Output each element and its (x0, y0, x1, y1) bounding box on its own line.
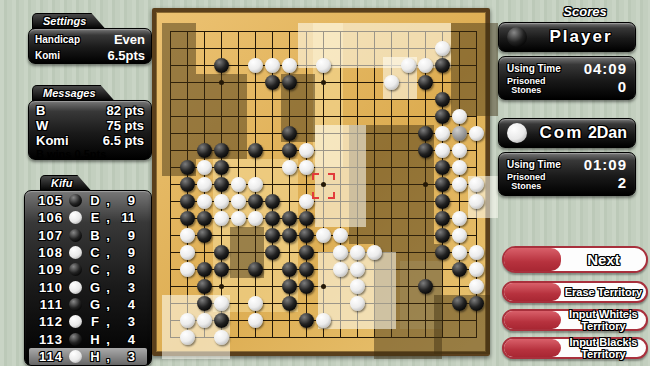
white-stone (350, 262, 365, 277)
black-stone (197, 262, 212, 277)
white-stone-icon (69, 315, 82, 328)
white-stone-icon (69, 211, 82, 224)
cursor-corner (312, 173, 319, 180)
white-stone (282, 160, 297, 175)
komi-label: Komi (35, 50, 60, 61)
white-stone (452, 109, 467, 124)
prisoned-stones-label: PrisonedStones (507, 77, 546, 95)
black-stone-icon (507, 27, 527, 47)
black-stone (299, 279, 314, 294)
kifu-move-row[interactable]: 111 G , 4 (29, 296, 147, 313)
message-label: B (36, 103, 45, 118)
white-stone (452, 177, 467, 192)
white-stone (452, 160, 467, 175)
black-stone (282, 143, 297, 158)
result-text: B wins 0.5pts (36, 148, 144, 161)
input-black-territory-button[interactable]: Input Black's Territory (502, 337, 648, 359)
move-col-letter: G (87, 297, 103, 312)
black-stone (282, 228, 297, 243)
black-stone (299, 313, 314, 328)
message-label: W (36, 118, 48, 133)
black-stone (214, 143, 229, 158)
move-number: 108 (29, 245, 63, 260)
kifu-move-row[interactable]: 107 B , 9 (29, 227, 147, 244)
white-stone (316, 228, 331, 243)
black-stone (282, 75, 297, 90)
black-stone (435, 245, 450, 260)
player-info-black: Using Time 04:09 PrisonedStones 0 (498, 56, 636, 100)
message-row: W 75 pts (36, 118, 144, 133)
black-stone (469, 296, 484, 311)
white-stone (418, 58, 433, 73)
star-point (219, 80, 224, 85)
move-comma: , (103, 332, 113, 347)
white-stone (333, 228, 348, 243)
black-stone (435, 109, 450, 124)
black-stone (435, 160, 450, 175)
move-number: 110 (29, 280, 63, 295)
black-stone (197, 228, 212, 243)
black-territory-mark (162, 23, 196, 176)
black-stone (265, 211, 280, 226)
move-col-letter: C (87, 262, 103, 277)
move-row-number: 3 (113, 349, 135, 364)
white-stone (231, 177, 246, 192)
white-stone (197, 194, 212, 209)
message-row: B 82 pts (36, 103, 144, 118)
player-bar-black: Player (498, 22, 636, 52)
button-red-cap (504, 311, 561, 329)
message-row: Komi 6.5 pts (36, 133, 144, 148)
move-row-number: 11 (113, 210, 135, 225)
black-stone-icon (69, 333, 82, 346)
black-stone (418, 126, 433, 141)
white-stone (435, 41, 450, 56)
white-stone (469, 279, 484, 294)
black-stone (197, 211, 212, 226)
black-stone (435, 58, 450, 73)
white-stone (180, 313, 195, 328)
board-cursor (312, 173, 335, 199)
white-stone (435, 143, 450, 158)
using-time-label: Using Time (507, 63, 561, 74)
go-board[interactable] (152, 8, 490, 356)
kifu-tab: Kifu (40, 175, 91, 191)
white-stone (248, 296, 263, 311)
move-number: 113 (29, 332, 63, 347)
black-stone (248, 143, 263, 158)
move-number: 109 (29, 262, 63, 277)
white-stone (469, 262, 484, 277)
handicap-label: Handicap (35, 34, 80, 45)
star-point (321, 80, 326, 85)
black-stone (197, 296, 212, 311)
kifu-move-row[interactable]: 112 F , 3 (29, 313, 147, 330)
white-stone (282, 58, 297, 73)
white-stone (248, 313, 263, 328)
white-stone (452, 245, 467, 260)
white-stone (214, 194, 229, 209)
messages-tab: Messages (32, 85, 115, 101)
message-label: Komi (36, 133, 69, 148)
black-stone (248, 194, 263, 209)
player-name: Player (535, 27, 627, 47)
kifu-move-row[interactable]: 105 D , 9 (29, 192, 147, 209)
black-stone (299, 245, 314, 260)
white-stone (350, 296, 365, 311)
player-name: Com (535, 123, 588, 143)
move-row-number: 4 (113, 332, 135, 347)
move-number: 106 (29, 210, 63, 225)
black-stone (248, 262, 263, 277)
next-button[interactable]: Next (502, 246, 648, 273)
black-territory-mark (451, 23, 499, 117)
black-stone (197, 279, 212, 294)
white-stone (180, 245, 195, 260)
move-row-number: 9 (113, 193, 135, 208)
black-stone (282, 279, 297, 294)
move-col-letter: F (87, 314, 103, 329)
black-stone (435, 92, 450, 107)
move-comma: , (103, 280, 113, 295)
message-value: 6.5 pts (103, 133, 144, 148)
move-comma: , (103, 314, 113, 329)
move-comma: , (103, 245, 113, 260)
white-stone (248, 177, 263, 192)
white-stone (435, 126, 450, 141)
settings-tab: Settings (32, 13, 105, 29)
move-row-number: 3 (113, 314, 135, 329)
cursor-corner (328, 192, 335, 199)
kifu-move-row[interactable]: 114 H , 3 (29, 348, 147, 365)
move-col-letter: H (87, 332, 103, 347)
black-stone (214, 177, 229, 192)
black-stone (435, 228, 450, 243)
white-stone-icon (69, 246, 82, 259)
move-comma: , (103, 297, 113, 312)
black-stone (265, 228, 280, 243)
message-value: 75 pts (106, 118, 144, 133)
scores-title: Scores (530, 4, 640, 19)
kifu-move-row[interactable]: 109 C , 8 (29, 261, 147, 278)
kifu-move-row[interactable]: 108 C , 9 (29, 244, 147, 261)
white-stone (333, 245, 348, 260)
white-stone (316, 58, 331, 73)
black-stone (214, 313, 229, 328)
player-info-white: Using Time 01:09 PrisonedStones 2 (498, 152, 636, 196)
player-rank: 2Dan (588, 124, 627, 142)
move-col-letter: G (87, 280, 103, 295)
move-number: 105 (29, 193, 63, 208)
black-stone (452, 262, 467, 277)
white-stone (180, 330, 195, 345)
gray-stone (452, 126, 467, 141)
handicap-value: Even (114, 32, 145, 47)
black-stone-icon (69, 263, 82, 276)
move-col-letter: E (87, 210, 103, 225)
black-stone (180, 177, 195, 192)
using-time-value: 04:09 (584, 60, 627, 77)
black-stone (435, 211, 450, 226)
using-time-value: 01:09 (584, 156, 627, 173)
white-stone (316, 313, 331, 328)
white-stone (469, 194, 484, 209)
black-stone (435, 194, 450, 209)
white-stone (299, 143, 314, 158)
white-stone (265, 58, 280, 73)
black-stone-icon (69, 298, 82, 311)
input-white-territory-button[interactable]: Input White's Territory (502, 309, 648, 331)
white-stone (333, 262, 348, 277)
black-stone (214, 58, 229, 73)
white-stone (180, 228, 195, 243)
black-stone (214, 160, 229, 175)
move-col-letter: D (87, 193, 103, 208)
cursor-corner (312, 192, 319, 199)
white-stone (248, 211, 263, 226)
move-comma: , (103, 210, 113, 225)
move-comma: , (103, 349, 113, 364)
black-stone (418, 279, 433, 294)
kifu-panel: 105 D , 9106 E , 11107 B , 9108 C , 9109… (24, 190, 152, 366)
black-stone (452, 296, 467, 311)
using-time-label: Using Time (507, 159, 561, 170)
white-stone (469, 245, 484, 260)
black-stone (282, 296, 297, 311)
prisoned-stones-label: PrisonedStones (507, 173, 546, 191)
white-stone (367, 245, 382, 260)
move-col-letter: B (87, 228, 103, 243)
black-stone (418, 143, 433, 158)
player-bar-white: Com 2Dan (498, 118, 636, 148)
black-stone (180, 160, 195, 175)
white-stone (197, 160, 212, 175)
erase-territory-label: Erase Territory (561, 286, 646, 298)
prisoned-stones-value: 2 (618, 174, 627, 191)
black-stone (180, 194, 195, 209)
black-stone (282, 211, 297, 226)
black-stone (214, 245, 229, 260)
black-stone (197, 143, 212, 158)
move-comma: , (103, 228, 113, 243)
white-stone (350, 245, 365, 260)
button-red-cap (504, 283, 561, 301)
black-stone (299, 262, 314, 277)
star-point (321, 284, 326, 289)
input-black-territory-label: Input Black's Territory (561, 336, 646, 360)
white-stone (248, 58, 263, 73)
white-stone (469, 177, 484, 192)
move-row-number: 9 (113, 245, 135, 260)
erase-territory-button[interactable]: Erase Territory (502, 281, 648, 303)
white-stone (231, 211, 246, 226)
black-stone (282, 126, 297, 141)
white-stone (452, 228, 467, 243)
white-stone (452, 143, 467, 158)
white-stone (180, 262, 195, 277)
next-button-label: Next (561, 251, 646, 268)
messages-panel: B 82 ptsW 75 ptsKomi 6.5 pts B wins 0.5p… (28, 100, 152, 160)
button-red-cap (504, 339, 561, 357)
white-stone-icon (69, 350, 82, 363)
white-stone (452, 211, 467, 226)
move-col-letter: C (87, 245, 103, 260)
white-stone (214, 211, 229, 226)
white-stone (401, 58, 416, 73)
move-row-number: 3 (113, 280, 135, 295)
black-stone (180, 211, 195, 226)
kifu-move-row[interactable]: 106 E , 11 (29, 209, 147, 226)
black-stone (435, 177, 450, 192)
settings-panel: Handicap Even Komi 6.5pts (28, 28, 152, 64)
white-stone (384, 75, 399, 90)
komi-value: 6.5pts (107, 48, 145, 63)
white-stone (197, 177, 212, 192)
message-value: 82 pts (106, 103, 144, 118)
move-row-number: 9 (113, 228, 135, 243)
black-stone (299, 211, 314, 226)
white-stone (214, 296, 229, 311)
button-red-cap (504, 248, 561, 271)
white-stone-icon (69, 281, 82, 294)
move-col-letter: H (87, 349, 103, 364)
star-point (219, 284, 224, 289)
kifu-move-row[interactable]: 110 G , 3 (29, 278, 147, 295)
black-stone-icon (69, 229, 82, 242)
move-comma: , (103, 193, 113, 208)
move-comma: , (103, 262, 113, 277)
black-stone (265, 194, 280, 209)
white-stone (350, 279, 365, 294)
white-stone (231, 194, 246, 209)
black-stone-icon (69, 194, 82, 207)
star-point (423, 182, 428, 187)
black-stone (418, 75, 433, 90)
move-row-number: 4 (113, 297, 135, 312)
black-stone (299, 228, 314, 243)
black-stone (265, 75, 280, 90)
white-stone (469, 126, 484, 141)
white-stone (214, 330, 229, 345)
black-stone (214, 262, 229, 277)
black-stone (282, 262, 297, 277)
move-number: 112 (29, 314, 63, 329)
move-row-number: 8 (113, 262, 135, 277)
kifu-move-row[interactable]: 113 H , 4 (29, 330, 147, 347)
input-white-territory-label: Input White's Territory (561, 308, 646, 332)
move-number: 114 (29, 349, 63, 364)
black-stone (265, 245, 280, 260)
prisoned-stones-value: 0 (618, 78, 627, 95)
white-stone (197, 313, 212, 328)
move-number: 111 (29, 297, 63, 312)
cursor-corner (328, 173, 335, 180)
white-stone-icon (507, 123, 527, 143)
move-number: 107 (29, 228, 63, 243)
